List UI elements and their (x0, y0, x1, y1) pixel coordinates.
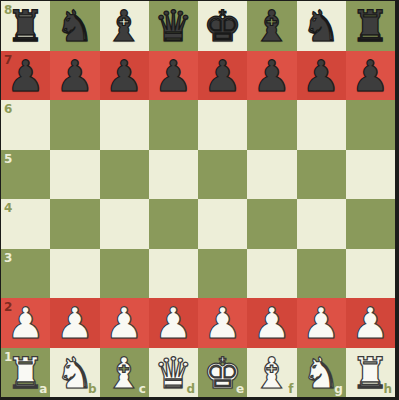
piece-white-pawn[interactable]: ♟ (247, 298, 296, 348)
square-c2[interactable]: ♟ (100, 298, 149, 348)
square-f4[interactable] (247, 199, 296, 249)
piece-black-pawn[interactable]: ♟ (198, 51, 247, 101)
rank-label-6: 6 (4, 103, 12, 115)
square-c6[interactable] (100, 100, 149, 150)
square-a1[interactable]: 1a♜ (1, 348, 50, 398)
piece-white-pawn[interactable]: ♟ (346, 298, 395, 348)
square-e1[interactable]: e♚ (198, 348, 247, 398)
square-a3[interactable]: 3 (1, 249, 50, 299)
square-d6[interactable] (149, 100, 198, 150)
piece-black-rook[interactable]: ♜ (1, 1, 50, 51)
piece-white-pawn[interactable]: ♟ (1, 298, 50, 348)
rank-label-3: 3 (4, 252, 12, 264)
piece-black-bishop[interactable]: ♝ (247, 1, 296, 51)
square-h1[interactable]: h♜ (346, 348, 395, 398)
piece-black-king[interactable]: ♚ (198, 1, 247, 51)
piece-black-pawn[interactable]: ♟ (297, 51, 346, 101)
square-d1[interactable]: d♛ (149, 348, 198, 398)
square-f5[interactable] (247, 150, 296, 200)
piece-black-pawn[interactable]: ♟ (149, 51, 198, 101)
square-e2[interactable]: ♟ (198, 298, 247, 348)
square-g2[interactable]: ♟ (297, 298, 346, 348)
piece-white-bishop[interactable]: ♝ (247, 348, 296, 398)
square-e8[interactable]: ♚ (198, 1, 247, 51)
piece-black-pawn[interactable]: ♟ (247, 51, 296, 101)
square-b7[interactable]: ♟ (50, 51, 99, 101)
piece-black-queen[interactable]: ♛ (149, 1, 198, 51)
square-b1[interactable]: b♞ (50, 348, 99, 398)
square-a2[interactable]: 2♟ (1, 298, 50, 348)
piece-white-rook[interactable]: ♜ (1, 348, 50, 398)
square-f2[interactable]: ♟ (247, 298, 296, 348)
square-b6[interactable] (50, 100, 99, 150)
square-h3[interactable] (346, 249, 395, 299)
square-h8[interactable]: ♜ (346, 1, 395, 51)
square-g3[interactable] (297, 249, 346, 299)
square-b4[interactable] (50, 199, 99, 249)
square-b2[interactable]: ♟ (50, 298, 99, 348)
piece-white-knight[interactable]: ♞ (297, 348, 346, 398)
square-d4[interactable] (149, 199, 198, 249)
square-g8[interactable]: ♞ (297, 1, 346, 51)
piece-white-rook[interactable]: ♜ (346, 348, 395, 398)
piece-black-pawn[interactable]: ♟ (1, 51, 50, 101)
chess-board-frame: 8♜♞♝♛♚♝♞♜7♟♟♟♟♟♟♟♟65432♟♟♟♟♟♟♟♟1a♜b♞c♝d♛… (0, 0, 399, 400)
square-d7[interactable]: ♟ (149, 51, 198, 101)
piece-white-knight[interactable]: ♞ (50, 348, 99, 398)
piece-white-pawn[interactable]: ♟ (100, 298, 149, 348)
square-h7[interactable]: ♟ (346, 51, 395, 101)
square-e6[interactable] (198, 100, 247, 150)
square-f6[interactable] (247, 100, 296, 150)
square-g1[interactable]: g♞ (297, 348, 346, 398)
square-c1[interactable]: c♝ (100, 348, 149, 398)
piece-white-queen[interactable]: ♛ (149, 348, 198, 398)
piece-white-pawn[interactable]: ♟ (50, 298, 99, 348)
piece-black-rook[interactable]: ♜ (346, 1, 395, 51)
square-c4[interactable] (100, 199, 149, 249)
piece-black-knight[interactable]: ♞ (297, 1, 346, 51)
square-a6[interactable]: 6 (1, 100, 50, 150)
square-g6[interactable] (297, 100, 346, 150)
square-a8[interactable]: 8♜ (1, 1, 50, 51)
rank-label-4: 4 (4, 202, 12, 214)
square-e5[interactable] (198, 150, 247, 200)
square-d2[interactable]: ♟ (149, 298, 198, 348)
square-h2[interactable]: ♟ (346, 298, 395, 348)
square-h6[interactable] (346, 100, 395, 150)
square-f3[interactable] (247, 249, 296, 299)
piece-white-pawn[interactable]: ♟ (149, 298, 198, 348)
square-a4[interactable]: 4 (1, 199, 50, 249)
square-h4[interactable] (346, 199, 395, 249)
rank-label-5: 5 (4, 153, 12, 165)
piece-white-king[interactable]: ♚ (198, 348, 247, 398)
square-h5[interactable] (346, 150, 395, 200)
square-a5[interactable]: 5 (1, 150, 50, 200)
square-c5[interactable] (100, 150, 149, 200)
square-e4[interactable] (198, 199, 247, 249)
square-f8[interactable]: ♝ (247, 1, 296, 51)
square-g5[interactable] (297, 150, 346, 200)
piece-black-pawn[interactable]: ♟ (100, 51, 149, 101)
square-c8[interactable]: ♝ (100, 1, 149, 51)
square-b8[interactable]: ♞ (50, 1, 99, 51)
piece-white-pawn[interactable]: ♟ (297, 298, 346, 348)
piece-white-bishop[interactable]: ♝ (100, 348, 149, 398)
square-c7[interactable]: ♟ (100, 51, 149, 101)
piece-black-pawn[interactable]: ♟ (50, 51, 99, 101)
square-d5[interactable] (149, 150, 198, 200)
chess-board: 8♜♞♝♛♚♝♞♜7♟♟♟♟♟♟♟♟65432♟♟♟♟♟♟♟♟1a♜b♞c♝d♛… (1, 1, 395, 397)
square-e7[interactable]: ♟ (198, 51, 247, 101)
square-a7[interactable]: 7♟ (1, 51, 50, 101)
piece-black-knight[interactable]: ♞ (50, 1, 99, 51)
square-g7[interactable]: ♟ (297, 51, 346, 101)
square-b5[interactable] (50, 150, 99, 200)
square-f7[interactable]: ♟ (247, 51, 296, 101)
square-b3[interactable] (50, 249, 99, 299)
piece-black-pawn[interactable]: ♟ (346, 51, 395, 101)
square-d3[interactable] (149, 249, 198, 299)
square-c3[interactable] (100, 249, 149, 299)
piece-white-pawn[interactable]: ♟ (198, 298, 247, 348)
square-d8[interactable]: ♛ (149, 1, 198, 51)
square-g4[interactable] (297, 199, 346, 249)
piece-black-bishop[interactable]: ♝ (100, 1, 149, 51)
square-f1[interactable]: f♝ (247, 348, 296, 398)
square-e3[interactable] (198, 249, 247, 299)
